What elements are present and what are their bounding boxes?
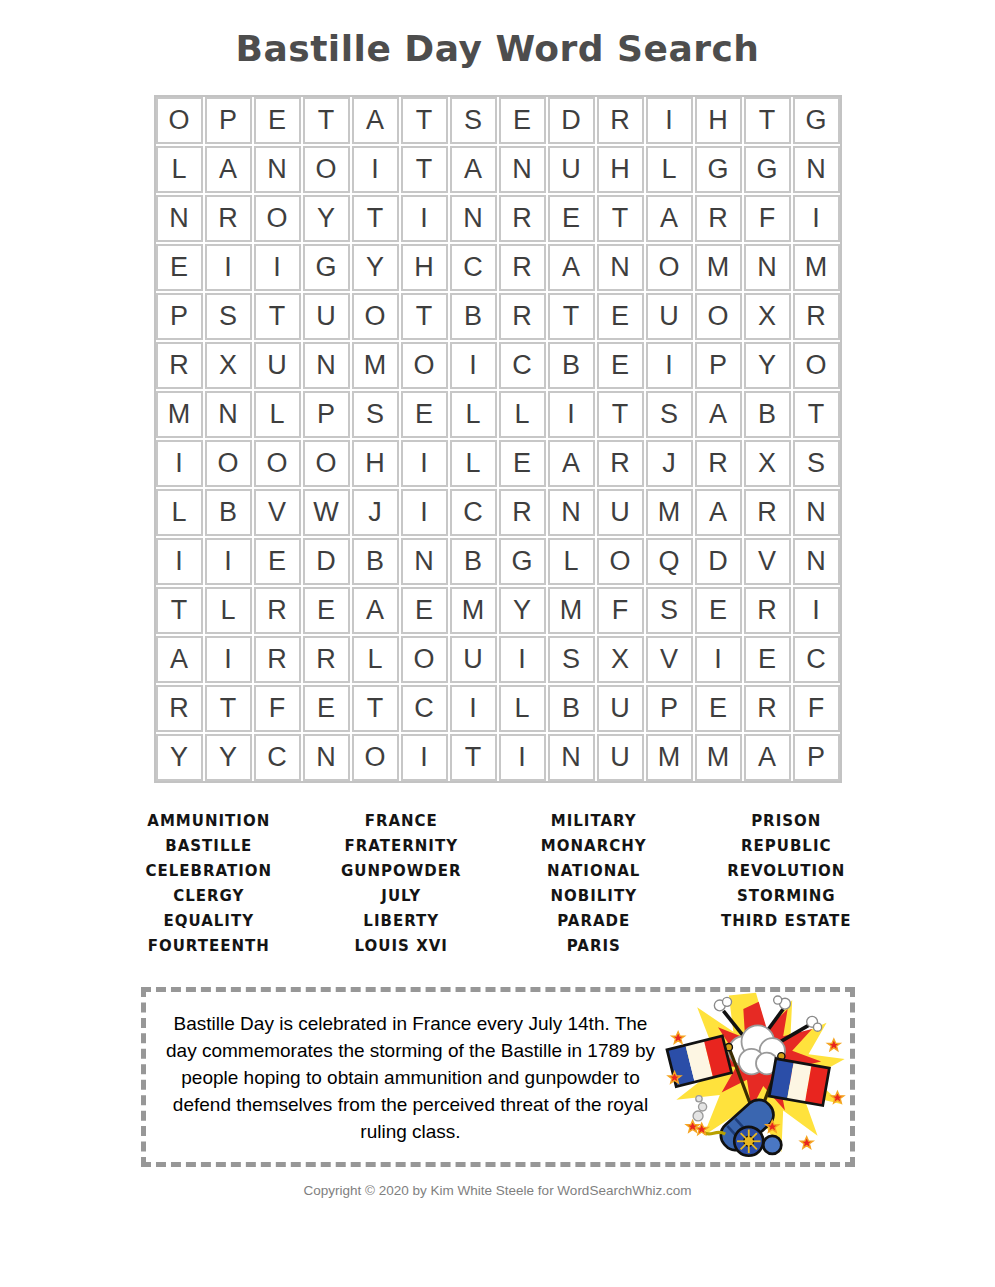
grid-cell-r12c12[interactable]: I [695,636,742,683]
grid-cell-r12c1[interactable]: A [156,636,203,683]
grid-cell-r2c2[interactable]: A [205,146,252,193]
grid-cell-r11c9[interactable]: M [548,587,595,634]
grid-cell-r2c5[interactable]: I [352,146,399,193]
grid-cell-r7c7[interactable]: L [450,391,497,438]
grid-cell-r14c2[interactable]: Y [205,734,252,781]
grid-cell-r6c2[interactable]: X [205,342,252,389]
grid-cell-r5c11[interactable]: U [646,293,693,340]
grid-cell-r2c6[interactable]: T [401,146,448,193]
grid-cell-r1c14[interactable]: G [793,97,840,144]
cannon-flags-clipart [662,991,850,1163]
grid-cell-r3c8[interactable]: R [499,195,546,242]
grid-cell-r10c7[interactable]: B [450,538,497,585]
grid-cell-r10c13[interactable]: V [744,538,791,585]
cannon-wheel-small [763,1136,781,1154]
grid-cell-r5c5[interactable]: O [352,293,399,340]
grid-cell-r10c4[interactable]: D [303,538,350,585]
grid-cell-r1c12[interactable]: H [695,97,742,144]
grid-cell-r3c3[interactable]: O [254,195,301,242]
grid-cell-r5c2[interactable]: S [205,293,252,340]
grid-cell-r6c13[interactable]: Y [744,342,791,389]
worksheet-page: Bastille Day Word Search OPETATSEDRIHTGL… [0,0,995,1287]
grid-cell-r8c1[interactable]: I [156,440,203,487]
grid-cell-r4c2[interactable]: I [205,244,252,291]
grid-cell-r4c1[interactable]: E [156,244,203,291]
grid-cell-r11c14[interactable]: I [793,587,840,634]
grid-cell-r3c1[interactable]: N [156,195,203,242]
grid-cell-r2c3[interactable]: N [254,146,301,193]
grid-cell-r9c10[interactable]: U [597,489,644,536]
grid-cell-r8c5[interactable]: H [352,440,399,487]
grid-cell-r10c11[interactable]: Q [646,538,693,585]
grid-cell-r3c5[interactable]: T [352,195,399,242]
grid-cell-r9c8[interactable]: R [499,489,546,536]
grid-cell-r8c6[interactable]: I [401,440,448,487]
grid-cell-r5c3[interactable]: T [254,293,301,340]
grid-cell-r5c6[interactable]: T [401,293,448,340]
grid-cell-r7c11[interactable]: S [646,391,693,438]
grid-cell-r7c10[interactable]: T [597,391,644,438]
grid-cell-r11c8[interactable]: Y [499,587,546,634]
word-item: FRANCE [305,809,498,834]
grid-cell-r6c9[interactable]: B [548,342,595,389]
grid-cell-r8c8[interactable]: E [499,440,546,487]
grid-cell-r7c9[interactable]: I [548,391,595,438]
grid-cell-r11c11[interactable]: S [646,587,693,634]
grid-cell-r4c8[interactable]: R [499,244,546,291]
word-item: MILITARY [498,809,691,834]
grid-cell-r5c10[interactable]: E [597,293,644,340]
grid-cell-r6c14[interactable]: O [793,342,840,389]
grid-cell-r8c10[interactable]: R [597,440,644,487]
grid-cell-r14c4[interactable]: N [303,734,350,781]
word-item: BASTILLE [113,834,306,859]
grid-cell-r14c10[interactable]: U [597,734,644,781]
grid-cell-r9c3[interactable]: V [254,489,301,536]
word-item: FOURTEENTH [113,934,306,959]
grid-cell-r9c11[interactable]: M [646,489,693,536]
grid-cell-r9c1[interactable]: L [156,489,203,536]
grid-cell-r4c12[interactable]: M [695,244,742,291]
grid-cell-r6c12[interactable]: P [695,342,742,389]
grid-cell-r3c4[interactable]: Y [303,195,350,242]
grid-cell-r14c6[interactable]: I [401,734,448,781]
grid-cell-r12c4[interactable]: R [303,636,350,683]
grid-cell-r10c12[interactable]: D [695,538,742,585]
grid-cell-r13c9[interactable]: B [548,685,595,732]
grid-cell-r9c14[interactable]: N [793,489,840,536]
grid-cell-r3c9[interactable]: E [548,195,595,242]
grid-cell-r12c11[interactable]: V [646,636,693,683]
grid-cell-r5c4[interactable]: U [303,293,350,340]
grid-cell-r12c7[interactable]: U [450,636,497,683]
grid-cell-r5c13[interactable]: X [744,293,791,340]
grid-cell-r13c8[interactable]: L [499,685,546,732]
letter-grid: OPETATSEDRIHTGLANOITANUHLGGNNROYTINRETAR… [156,97,840,781]
grid-cell-r11c5[interactable]: A [352,587,399,634]
word-item: REPUBLIC [690,834,883,859]
grid-cell-r7c1[interactable]: M [156,391,203,438]
word-item: PARADE [498,909,691,934]
grid-cell-r11c13[interactable]: R [744,587,791,634]
grid-cell-r2c7[interactable]: A [450,146,497,193]
grid-cell-r12c14[interactable]: C [793,636,840,683]
grid-cell-r2c11[interactable]: L [646,146,693,193]
word-list-column: MILITARYMONARCHYNATIONALNOBILITYPARADEPA… [498,809,691,959]
grid-cell-r12c13[interactable]: E [744,636,791,683]
grid-cell-r13c1[interactable]: R [156,685,203,732]
grid-cell-r7c8[interactable]: L [499,391,546,438]
word-item: JULY [305,884,498,909]
grid-cell-r1c7[interactable]: S [450,97,497,144]
cannon-fuse [703,1132,725,1134]
grid-cell-r8c4[interactable]: O [303,440,350,487]
grid-cell-r7c14[interactable]: T [793,391,840,438]
grid-cell-r1c3[interactable]: E [254,97,301,144]
info-box: Bastille Day is celebrated in France eve… [141,987,855,1167]
grid-cell-r8c2[interactable]: O [205,440,252,487]
grid-cell-r4c3[interactable]: I [254,244,301,291]
grid-cell-r1c13[interactable]: T [744,97,791,144]
grid-cell-r4c5[interactable]: Y [352,244,399,291]
grid-cell-r5c9[interactable]: T [548,293,595,340]
grid-cell-r8c14[interactable]: S [793,440,840,487]
grid-cell-r12c6[interactable]: O [401,636,448,683]
grid-cell-r9c9[interactable]: N [548,489,595,536]
grid-cell-r3c6[interactable]: I [401,195,448,242]
grid-cell-r11c3[interactable]: R [254,587,301,634]
word-list-column: FRANCEFRATERNITYGUNPOWDERJULYLIBERTYLOUI… [305,809,498,959]
grid-cell-r12c10[interactable]: X [597,636,644,683]
grid-cell-r8c9[interactable]: A [548,440,595,487]
word-item: GUNPOWDER [305,859,498,884]
grid-cell-r3c10[interactable]: T [597,195,644,242]
word-item: STORMING [690,884,883,909]
word-item: AMMUNITION [113,809,306,834]
grid-cell-r11c4[interactable]: E [303,587,350,634]
grid-cell-r13c12[interactable]: E [695,685,742,732]
grid-cell-r10c6[interactable]: N [401,538,448,585]
grid-cell-r14c5[interactable]: O [352,734,399,781]
grid-cell-r14c11[interactable]: M [646,734,693,781]
grid-cell-r1c9[interactable]: D [548,97,595,144]
grid-cell-r12c5[interactable]: L [352,636,399,683]
word-list-column: AMMUNITIONBASTILLECELEBRATIONCLERGYEQUAL… [113,809,306,959]
grid-cell-r3c13[interactable]: F [744,195,791,242]
word-item: MONARCHY [498,834,691,859]
grid-cell-r12c8[interactable]: I [499,636,546,683]
word-item: CLERGY [113,884,306,909]
page-title: Bastille Day Word Search [0,28,995,69]
grid-cell-r10c9[interactable]: L [548,538,595,585]
word-item: EQUALITY [113,909,306,934]
grid-cell-r6c7[interactable]: I [450,342,497,389]
grid-cell-r13c14[interactable]: F [793,685,840,732]
grid-cell-r10c10[interactable]: O [597,538,644,585]
grid-cell-r11c2[interactable]: L [205,587,252,634]
grid-cell-r12c3[interactable]: R [254,636,301,683]
grid-cell-r4c9[interactable]: A [548,244,595,291]
grid-cell-r13c7[interactable]: I [450,685,497,732]
grid-cell-r4c13[interactable]: N [744,244,791,291]
grid-cell-r8c7[interactable]: L [450,440,497,487]
grid-cell-r7c5[interactable]: S [352,391,399,438]
grid-cell-r7c2[interactable]: N [205,391,252,438]
grid-cell-r13c13[interactable]: R [744,685,791,732]
grid-cell-r6c1[interactable]: R [156,342,203,389]
grid-cell-r13c10[interactable]: U [597,685,644,732]
grid-cell-r7c4[interactable]: P [303,391,350,438]
grid-cell-r5c12[interactable]: O [695,293,742,340]
grid-cell-r14c12[interactable]: M [695,734,742,781]
grid-cell-r11c6[interactable]: E [401,587,448,634]
grid-cell-r13c4[interactable]: E [303,685,350,732]
grid-cell-r11c10[interactable]: F [597,587,644,634]
grid-cell-r13c3[interactable]: F [254,685,301,732]
grid-cell-r9c12[interactable]: A [695,489,742,536]
grid-cell-r1c6[interactable]: T [401,97,448,144]
grid-cell-r6c8[interactable]: C [499,342,546,389]
grid-cell-r9c2[interactable]: B [205,489,252,536]
grid-cell-r4c11[interactable]: O [646,244,693,291]
grid-cell-r10c1[interactable]: I [156,538,203,585]
grid-cell-r6c11[interactable]: I [646,342,693,389]
grid-cell-r13c6[interactable]: C [401,685,448,732]
grid-cell-r1c8[interactable]: E [499,97,546,144]
grid-cell-r3c12[interactable]: R [695,195,742,242]
grid-cell-r14c1[interactable]: Y [156,734,203,781]
grid-cell-r4c7[interactable]: C [450,244,497,291]
cannon-flags-illustration [662,991,850,1163]
grid-cell-r10c3[interactable]: E [254,538,301,585]
grid-cell-r5c1[interactable]: P [156,293,203,340]
copyright-line: Copyright © 2020 by Kim White Steele for… [0,1183,995,1198]
fuse-smoke [693,1096,707,1121]
grid-cell-r13c2[interactable]: T [205,685,252,732]
grid-cell-r8c3[interactable]: O [254,440,301,487]
word-item: FRATERNITY [305,834,498,859]
grid-cell-r7c13[interactable]: B [744,391,791,438]
word-item: NATIONAL [498,859,691,884]
grid-cell-r8c12[interactable]: R [695,440,742,487]
french-flag-right [769,1059,829,1106]
word-item: LIBERTY [305,909,498,934]
grid-cell-r3c11[interactable]: A [646,195,693,242]
word-item: PRISON [690,809,883,834]
grid-cell-r14c13[interactable]: A [744,734,791,781]
grid-cell-r5c7[interactable]: B [450,293,497,340]
grid-cell-r9c5[interactable]: J [352,489,399,536]
grid-cell-r14c3[interactable]: C [254,734,301,781]
grid-cell-r13c11[interactable]: P [646,685,693,732]
word-item: CELEBRATION [113,859,306,884]
grid-cell-r1c11[interactable]: I [646,97,693,144]
grid-cell-r12c2[interactable]: I [205,636,252,683]
grid-cell-r1c2[interactable]: P [205,97,252,144]
word-item: NOBILITY [498,884,691,909]
grid-cell-r11c1[interactable]: T [156,587,203,634]
grid-cell-r2c8[interactable]: N [499,146,546,193]
grid-cell-r4c6[interactable]: H [401,244,448,291]
grid-cell-r5c14[interactable]: R [793,293,840,340]
grid-cell-r1c4[interactable]: T [303,97,350,144]
grid-cell-r9c4[interactable]: W [303,489,350,536]
grid-cell-r6c3[interactable]: U [254,342,301,389]
word-item: LOUIS XVI [305,934,498,959]
grid-cell-r14c9[interactable]: N [548,734,595,781]
grid-cell-r9c13[interactable]: R [744,489,791,536]
grid-cell-r9c7[interactable]: C [450,489,497,536]
grid-cell-r2c10[interactable]: H [597,146,644,193]
word-item: THIRD ESTATE [690,909,883,934]
grid-cell-r6c5[interactable]: M [352,342,399,389]
grid-cell-r2c1[interactable]: L [156,146,203,193]
grid-cell-r3c7[interactable]: N [450,195,497,242]
grid-cell-r4c14[interactable]: M [793,244,840,291]
grid-cell-r3c2[interactable]: R [205,195,252,242]
grid-cell-r14c8[interactable]: I [499,734,546,781]
grid-cell-r5c8[interactable]: R [499,293,546,340]
grid-cell-r12c9[interactable]: S [548,636,595,683]
word-list-column: PRISONREPUBLICREVOLUTIONSTORMINGTHIRD ES… [690,809,883,959]
grid-cell-r6c10[interactable]: E [597,342,644,389]
grid-cell-r2c4[interactable]: O [303,146,350,193]
grid-cell-r10c5[interactable]: B [352,538,399,585]
grid-cell-r14c7[interactable]: T [450,734,497,781]
word-list: AMMUNITIONBASTILLECELEBRATIONCLERGYEQUAL… [113,809,883,959]
grid-cell-r3c14[interactable]: I [793,195,840,242]
grid-cell-r7c12[interactable]: A [695,391,742,438]
grid-cell-r2c14[interactable]: N [793,146,840,193]
grid-cell-r4c10[interactable]: N [597,244,644,291]
grid-cell-r11c7[interactable]: M [450,587,497,634]
word-item: PARIS [498,934,691,959]
grid-cell-r1c5[interactable]: A [352,97,399,144]
grid-cell-r10c2[interactable]: I [205,538,252,585]
grid-cell-r10c8[interactable]: G [499,538,546,585]
word-item: REVOLUTION [690,859,883,884]
info-text: Bastille Day is celebrated in France eve… [160,1010,662,1145]
grid-cell-r1c10[interactable]: R [597,97,644,144]
grid-cell-r11c12[interactable]: E [695,587,742,634]
grid-cell-r14c14[interactable]: P [793,734,840,781]
grid-cell-r9c6[interactable]: I [401,489,448,536]
grid-cell-r8c13[interactable]: X [744,440,791,487]
grid-cell-r4c4[interactable]: G [303,244,350,291]
grid-cell-r2c12[interactable]: G [695,146,742,193]
grid-cell-r6c6[interactable]: O [401,342,448,389]
grid-cell-r10c14[interactable]: N [793,538,840,585]
word-search-grid: OPETATSEDRIHTGLANOITANUHLGGNNROYTINRETAR… [154,95,842,783]
grid-cell-r13c5[interactable]: T [352,685,399,732]
grid-cell-r2c9[interactable]: U [548,146,595,193]
grid-cell-r6c4[interactable]: N [303,342,350,389]
grid-cell-r2c13[interactable]: G [744,146,791,193]
grid-cell-r7c3[interactable]: L [254,391,301,438]
grid-cell-r7c6[interactable]: E [401,391,448,438]
grid-cell-r8c11[interactable]: J [646,440,693,487]
grid-cell-r1c1[interactable]: O [156,97,203,144]
